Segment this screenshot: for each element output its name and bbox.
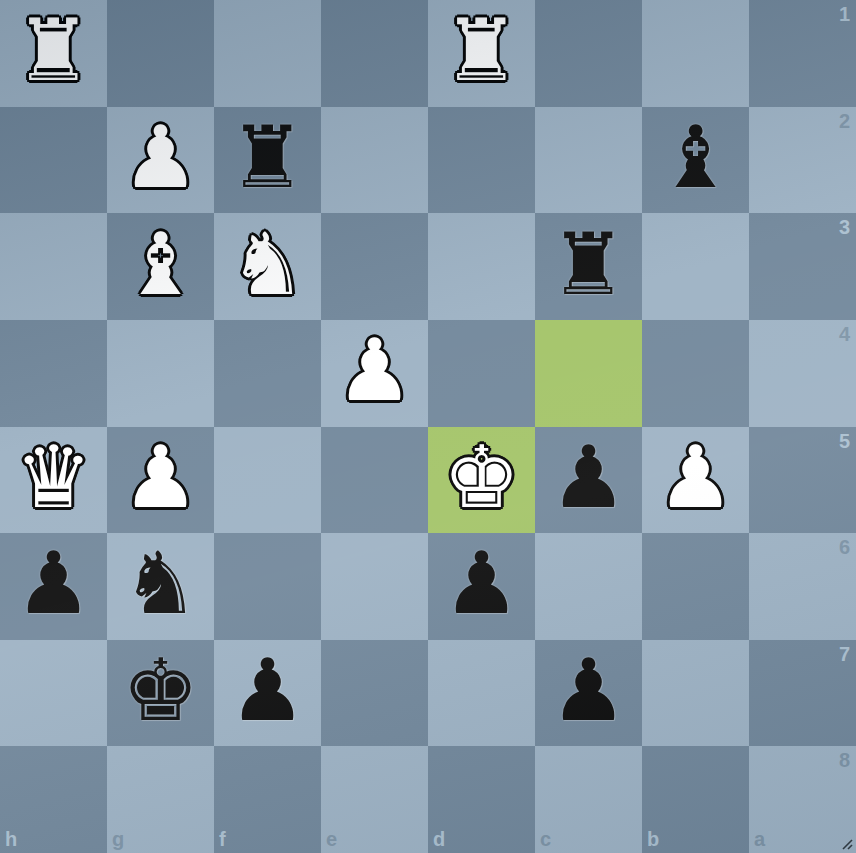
square-g8[interactable]: g (107, 746, 214, 853)
square-f4[interactable] (214, 320, 321, 427)
square-h7[interactable] (0, 640, 107, 747)
square-h5[interactable]: ♛ (0, 427, 107, 534)
square-c6[interactable] (535, 533, 642, 640)
piece-black-rook[interactable]: ♜ (229, 114, 306, 200)
square-f8[interactable]: f (214, 746, 321, 853)
piece-white-bishop[interactable]: ♝ (122, 221, 199, 307)
square-d8[interactable]: d (428, 746, 535, 853)
square-c3[interactable]: ♜ (535, 213, 642, 320)
square-a1[interactable]: 1 (749, 0, 856, 107)
coord-rank-6: 6 (839, 537, 850, 557)
piece-white-pawn[interactable]: ♟ (122, 114, 199, 200)
square-d1[interactable]: ♜ (428, 0, 535, 107)
square-g7[interactable]: ♚ (107, 640, 214, 747)
square-f6[interactable] (214, 533, 321, 640)
square-b1[interactable] (642, 0, 749, 107)
coord-file-d: d (433, 829, 445, 849)
square-g4[interactable] (107, 320, 214, 427)
resize-handle-icon[interactable] (838, 835, 854, 851)
piece-black-rook[interactable]: ♜ (550, 221, 627, 307)
piece-white-rook[interactable]: ♜ (443, 7, 520, 93)
coord-rank-7: 7 (839, 644, 850, 664)
piece-black-knight[interactable]: ♞ (122, 540, 199, 626)
coord-rank-5: 5 (839, 431, 850, 451)
piece-black-pawn[interactable]: ♟ (15, 540, 92, 626)
piece-black-pawn[interactable]: ♟ (443, 540, 520, 626)
square-d5[interactable]: ♚ (428, 427, 535, 534)
square-b2[interactable]: ♝ (642, 107, 749, 214)
coord-rank-3: 3 (839, 217, 850, 237)
coord-file-c: c (540, 829, 551, 849)
square-g3[interactable]: ♝ (107, 213, 214, 320)
square-c8[interactable]: c (535, 746, 642, 853)
square-f2[interactable]: ♜ (214, 107, 321, 214)
square-e2[interactable] (321, 107, 428, 214)
piece-black-king[interactable]: ♚ (122, 647, 199, 733)
square-a4[interactable]: 4 (749, 320, 856, 427)
square-g5[interactable]: ♟ (107, 427, 214, 534)
square-f3[interactable]: ♞ (214, 213, 321, 320)
square-b6[interactable] (642, 533, 749, 640)
square-a7[interactable]: 7 (749, 640, 856, 747)
coord-rank-8: 8 (839, 750, 850, 770)
square-h2[interactable] (0, 107, 107, 214)
square-f5[interactable] (214, 427, 321, 534)
piece-white-pawn[interactable]: ♟ (122, 434, 199, 520)
piece-white-pawn[interactable]: ♟ (336, 327, 413, 413)
piece-black-pawn[interactable]: ♟ (229, 647, 306, 733)
square-b3[interactable] (642, 213, 749, 320)
square-g6[interactable]: ♞ (107, 533, 214, 640)
square-e6[interactable] (321, 533, 428, 640)
piece-white-knight[interactable]: ♞ (229, 221, 306, 307)
square-c4[interactable] (535, 320, 642, 427)
square-e8[interactable]: e (321, 746, 428, 853)
square-h8[interactable]: h (0, 746, 107, 853)
coord-rank-2: 2 (839, 111, 850, 131)
piece-white-pawn[interactable]: ♟ (657, 434, 734, 520)
square-b7[interactable] (642, 640, 749, 747)
square-e1[interactable] (321, 0, 428, 107)
square-d2[interactable] (428, 107, 535, 214)
square-g1[interactable] (107, 0, 214, 107)
square-a3[interactable]: 3 (749, 213, 856, 320)
square-h3[interactable] (0, 213, 107, 320)
square-f7[interactable]: ♟ (214, 640, 321, 747)
square-b8[interactable]: b (642, 746, 749, 853)
square-b5[interactable]: ♟ (642, 427, 749, 534)
square-d6[interactable]: ♟ (428, 533, 535, 640)
square-a6[interactable]: 6 (749, 533, 856, 640)
square-h4[interactable] (0, 320, 107, 427)
piece-black-bishop[interactable]: ♝ (657, 114, 734, 200)
square-e3[interactable] (321, 213, 428, 320)
coord-rank-4: 4 (839, 324, 850, 344)
coord-file-h: h (5, 829, 17, 849)
coord-file-g: g (112, 829, 124, 849)
piece-white-rook[interactable]: ♜ (15, 7, 92, 93)
square-b4[interactable] (642, 320, 749, 427)
chess-board-panel: ♜♜1♟♜♝2♝♞♜3♟4♛♟♚♟♟5♟♞♟6♚♟♟7hgfedcba8 (0, 0, 856, 853)
piece-black-pawn[interactable]: ♟ (550, 434, 627, 520)
square-c7[interactable]: ♟ (535, 640, 642, 747)
piece-white-king[interactable]: ♚ (443, 434, 520, 520)
coord-file-e: e (326, 829, 337, 849)
square-h1[interactable]: ♜ (0, 0, 107, 107)
square-f1[interactable] (214, 0, 321, 107)
square-c1[interactable] (535, 0, 642, 107)
coord-file-b: b (647, 829, 659, 849)
piece-black-pawn[interactable]: ♟ (550, 647, 627, 733)
square-e4[interactable]: ♟ (321, 320, 428, 427)
square-h6[interactable]: ♟ (0, 533, 107, 640)
square-e7[interactable] (321, 640, 428, 747)
coord-rank-1: 1 (839, 4, 850, 24)
chess-board: ♜♜1♟♜♝2♝♞♜3♟4♛♟♚♟♟5♟♞♟6♚♟♟7hgfedcba8 (0, 0, 856, 853)
square-e5[interactable] (321, 427, 428, 534)
square-a5[interactable]: 5 (749, 427, 856, 534)
coord-file-f: f (219, 829, 226, 849)
square-d7[interactable] (428, 640, 535, 747)
square-d4[interactable] (428, 320, 535, 427)
square-c5[interactable]: ♟ (535, 427, 642, 534)
square-c2[interactable] (535, 107, 642, 214)
coord-file-a: a (754, 829, 765, 849)
square-a2[interactable]: 2 (749, 107, 856, 214)
square-d3[interactable] (428, 213, 535, 320)
square-g2[interactable]: ♟ (107, 107, 214, 214)
piece-white-queen[interactable]: ♛ (15, 434, 92, 520)
